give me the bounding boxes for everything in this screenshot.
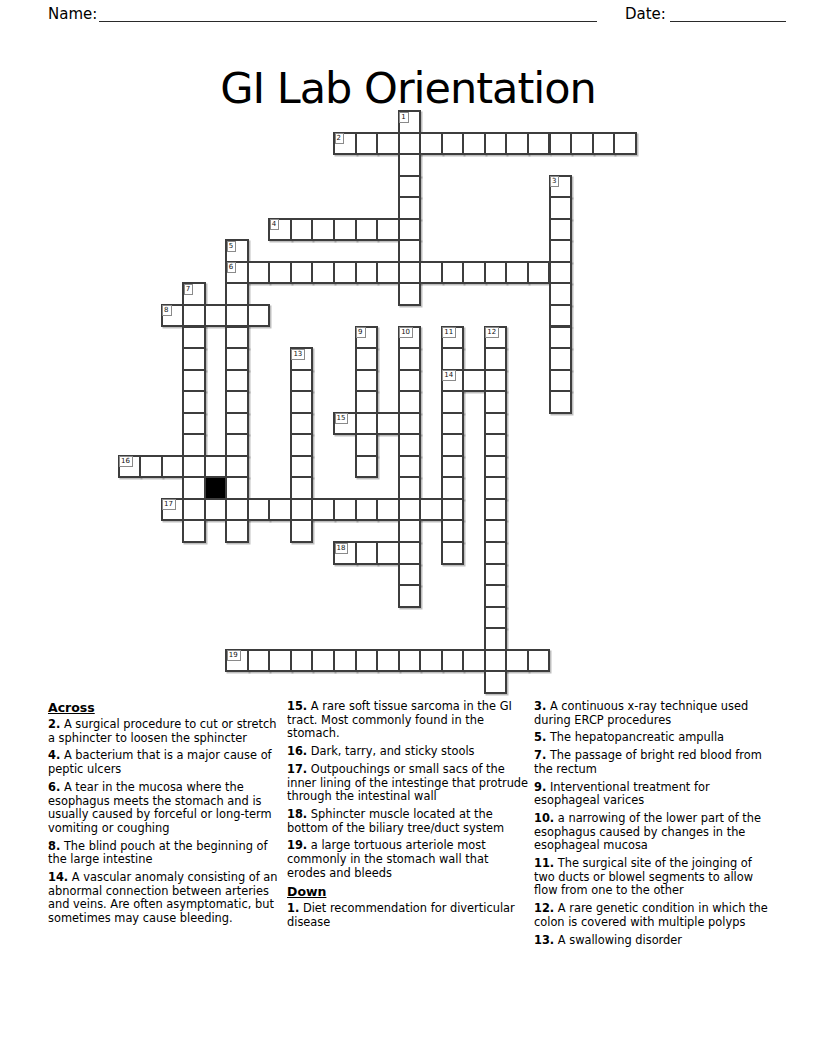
grid-cell-r5c10[interactable] <box>333 218 357 242</box>
grid-cell-r12c16[interactable] <box>462 369 486 393</box>
grid-cell-r17c13[interactable] <box>398 476 422 500</box>
grid-cell-r4c20[interactable] <box>549 196 573 220</box>
grid-cell-r1c15[interactable] <box>441 132 465 156</box>
grid-cell-r4c13[interactable] <box>398 196 422 220</box>
grid-cell-r13c5[interactable] <box>225 390 249 414</box>
grid-cell-r5c13[interactable] <box>398 218 422 242</box>
clue-number-4: 4 <box>270 219 279 230</box>
grid-cell-r16c5[interactable] <box>225 455 249 479</box>
clue-number-13: 13 <box>291 349 305 360</box>
grid-cell-r10c20[interactable] <box>549 326 573 350</box>
grid-cell-r20c12[interactable] <box>376 541 400 565</box>
grid-cell-r15c3[interactable] <box>182 433 206 457</box>
grid-cell-r15c8[interactable] <box>290 433 314 457</box>
grid-cell-r14c11[interactable] <box>355 412 379 436</box>
grid-cell-r25c7[interactable] <box>268 649 292 673</box>
clue-down-7: 7. The passage of bright red blood from … <box>534 749 774 776</box>
grid-cell-r25c14[interactable] <box>419 649 443 673</box>
grid-cell-r19c15[interactable] <box>441 519 465 543</box>
grid-cell-r16c17[interactable] <box>484 455 508 479</box>
grid-cell-r7c14[interactable] <box>419 261 443 285</box>
clue-down-12: 12. A rare genetic condition in which th… <box>534 902 774 929</box>
grid-cell-r25c10[interactable] <box>333 649 357 673</box>
grid-cell-r1c13[interactable] <box>398 132 422 156</box>
clue-across-2: 2. A surgical procedure to cut or stretc… <box>48 718 286 745</box>
clue-number-3: 3 <box>550 176 559 187</box>
grid-cell-r12c17[interactable] <box>484 369 508 393</box>
grid-cell-r8c5[interactable] <box>225 282 249 306</box>
clue-number-1: 1 <box>399 112 408 123</box>
grid-cell-r12c20[interactable] <box>549 369 573 393</box>
clue-across-6: 6. A tear in the mucosa where the esopha… <box>48 781 286 836</box>
grid-cell-r19c8[interactable] <box>290 519 314 543</box>
grid-cell-r6c13[interactable] <box>398 239 422 263</box>
clue-across-18: 18. Sphincter muscle located at the bott… <box>287 808 529 835</box>
grid-cell-r1c16[interactable] <box>462 132 486 156</box>
clue-down-13: 13. A swallowing disorder <box>534 934 774 948</box>
clue-number-15: 15 <box>335 413 349 424</box>
grid-cell-r25c13[interactable] <box>398 649 422 673</box>
grid-cell-r25c6[interactable] <box>247 649 271 673</box>
grid-cell-r13c17[interactable] <box>484 390 508 414</box>
grid-cell-r1c14[interactable] <box>419 132 443 156</box>
grid-cell-r26c17[interactable] <box>484 670 508 694</box>
grid-cell-r9c3[interactable] <box>182 304 206 328</box>
grid-cell-r18c12[interactable] <box>376 498 400 522</box>
grid-cell-r2c13[interactable] <box>398 153 422 177</box>
clue-down-3: 3. A continuous x-ray technique used dur… <box>534 700 774 727</box>
grid-cell-r11c5[interactable] <box>225 347 249 371</box>
clue-number-19: 19 <box>227 650 241 661</box>
grid-cell-r25c18[interactable] <box>505 649 529 673</box>
across-heading: Across <box>48 700 286 715</box>
clue-number-16: 16 <box>119 456 133 467</box>
grid-cell-r5c8[interactable] <box>290 218 314 242</box>
grid-cell-r14c8[interactable] <box>290 412 314 436</box>
clue-across-17: 17. Outpouchings or small sacs of the in… <box>287 763 529 804</box>
grid-cell-r20c15[interactable] <box>441 541 465 565</box>
grid-cell-r19c13[interactable] <box>398 519 422 543</box>
grid-cell-r17c5[interactable] <box>225 476 249 500</box>
grid-cell-r18c14[interactable] <box>419 498 443 522</box>
black-cell <box>204 476 228 500</box>
grid-cell-r18c17[interactable] <box>484 498 508 522</box>
grid-cell-r1c20[interactable] <box>549 132 573 156</box>
grid-cell-r16c4[interactable] <box>204 455 228 479</box>
grid-cell-r17c3[interactable] <box>182 476 206 500</box>
grid-cell-r13c20[interactable] <box>549 390 573 414</box>
grid-cell-r16c13[interactable] <box>398 455 422 479</box>
grid-cell-r20c13[interactable] <box>398 541 422 565</box>
clue-down-11: 11. The surgical site of the joinging of… <box>534 857 774 898</box>
grid-cell-r18c8[interactable] <box>290 498 314 522</box>
grid-cell-r20c11[interactable] <box>355 541 379 565</box>
grid-cell-r1c21[interactable] <box>570 132 594 156</box>
grid-cell-r14c13[interactable] <box>398 412 422 436</box>
clue-down-1: 1. Diet recommendation for diverticular … <box>287 902 529 929</box>
grid-cell-r7c6[interactable] <box>247 261 271 285</box>
grid-cell-r7c17[interactable] <box>484 261 508 285</box>
clue-number-9: 9 <box>356 327 365 338</box>
clue-down-10: 10. a narrowing of the lower part of the… <box>534 812 774 853</box>
grid-cell-r19c5[interactable] <box>225 519 249 543</box>
grid-cell-r5c11[interactable] <box>355 218 379 242</box>
grid-cell-r1c17[interactable] <box>484 132 508 156</box>
grid-cell-r8c13[interactable] <box>398 282 422 306</box>
grid-cell-r14c12[interactable] <box>376 412 400 436</box>
grid-cell-r13c8[interactable] <box>290 390 314 414</box>
clue-number-18: 18 <box>335 543 349 554</box>
grid-cell-r14c15[interactable] <box>441 412 465 436</box>
grid-cell-r12c13[interactable] <box>398 369 422 393</box>
grid-cell-r13c11[interactable] <box>355 390 379 414</box>
grid-cell-r18c9[interactable] <box>311 498 335 522</box>
grid-cell-r1c22[interactable] <box>592 132 616 156</box>
grid-cell-r16c2[interactable] <box>161 455 185 479</box>
clue-number-11: 11 <box>442 327 456 338</box>
clue-column-1: Across2. A surgical procedure to cut or … <box>48 700 286 930</box>
grid-cell-r3c13[interactable] <box>398 175 422 199</box>
grid-cell-r25c16[interactable] <box>462 649 486 673</box>
grid-cell-r10c5[interactable] <box>225 326 249 350</box>
grid-cell-r19c3[interactable] <box>182 519 206 543</box>
grid-cell-r7c12[interactable] <box>376 261 400 285</box>
clue-across-15: 15. A rare soft tissue sarcoma in the GI… <box>287 700 529 741</box>
grid-cell-r17c17[interactable] <box>484 476 508 500</box>
grid-cell-r7c18[interactable] <box>505 261 529 285</box>
clue-number-17: 17 <box>162 499 176 510</box>
grid-cell-r7c20[interactable] <box>549 261 573 285</box>
grid-cell-r7c7[interactable] <box>268 261 292 285</box>
grid-cell-r7c8[interactable] <box>290 261 314 285</box>
grid-cell-r6c20[interactable] <box>549 239 573 263</box>
grid-cell-r7c15[interactable] <box>441 261 465 285</box>
clue-number-10: 10 <box>399 327 413 338</box>
grid-cell-r13c3[interactable] <box>182 390 206 414</box>
grid-cell-r16c8[interactable] <box>290 455 314 479</box>
grid-cell-r14c3[interactable] <box>182 412 206 436</box>
clue-number-12: 12 <box>485 327 499 338</box>
grid-cell-r16c15[interactable] <box>441 455 465 479</box>
grid-cell-r17c15[interactable] <box>441 476 465 500</box>
grid-cell-r11c17[interactable] <box>484 347 508 371</box>
grid-cell-r7c13[interactable] <box>398 261 422 285</box>
clue-across-14: 14. A vascular anomaly consisting of an … <box>48 871 286 926</box>
grid-cell-r23c17[interactable] <box>484 606 508 630</box>
grid-cell-r12c3[interactable] <box>182 369 206 393</box>
grid-cell-r5c20[interactable] <box>549 218 573 242</box>
grid-cell-r18c15[interactable] <box>441 498 465 522</box>
grid-cell-r7c9[interactable] <box>311 261 335 285</box>
grid-cell-r15c17[interactable] <box>484 433 508 457</box>
grid-cell-r13c15[interactable] <box>441 390 465 414</box>
grid-cell-r11c3[interactable] <box>182 347 206 371</box>
grid-cell-r5c12[interactable] <box>376 218 400 242</box>
grid-cell-r1c18[interactable] <box>505 132 529 156</box>
grid-cell-r5c9[interactable] <box>311 218 335 242</box>
grid-cell-r15c15[interactable] <box>441 433 465 457</box>
grid-cell-r18c13[interactable] <box>398 498 422 522</box>
grid-cell-r15c13[interactable] <box>398 433 422 457</box>
grid-cell-r9c5[interactable] <box>225 304 249 328</box>
grid-cell-r18c11[interactable] <box>355 498 379 522</box>
grid-cell-r1c12[interactable] <box>376 132 400 156</box>
grid-cell-r14c5[interactable] <box>225 412 249 436</box>
grid-cell-r25c19[interactable] <box>527 649 551 673</box>
grid-cell-r12c8[interactable] <box>290 369 314 393</box>
grid-cell-r19c17[interactable] <box>484 519 508 543</box>
grid-cell-r10c3[interactable] <box>182 326 206 350</box>
clue-across-8: 8. The blind pouch at the beginning of t… <box>48 840 286 867</box>
grid-cell-r9c6[interactable] <box>247 304 271 328</box>
grid-cell-r22c17[interactable] <box>484 584 508 608</box>
clue-number-2: 2 <box>335 133 344 144</box>
grid-cell-r12c11[interactable] <box>355 369 379 393</box>
clue-down-9: 9. Interventional treatment for esophage… <box>534 781 774 808</box>
grid-cell-r1c11[interactable] <box>355 132 379 156</box>
clue-number-14: 14 <box>442 370 456 381</box>
grid-cell-r7c19[interactable] <box>527 261 551 285</box>
grid-cell-r18c3[interactable] <box>182 498 206 522</box>
grid-cell-r15c11[interactable] <box>355 433 379 457</box>
grid-cell-r13c13[interactable] <box>398 390 422 414</box>
grid-cell-r7c11[interactable] <box>355 261 379 285</box>
grid-cell-r18c7[interactable] <box>268 498 292 522</box>
clue-number-6: 6 <box>227 262 236 273</box>
grid-cell-r18c6[interactable] <box>247 498 271 522</box>
grid-cell-r16c1[interactable] <box>139 455 163 479</box>
grid-cell-r21c13[interactable] <box>398 563 422 587</box>
clue-across-4: 4. A bacterium that is a major cause of … <box>48 749 286 776</box>
clue-number-5: 5 <box>227 241 236 252</box>
clue-column-2: 15. A rare soft tissue sarcoma in the GI… <box>287 700 529 934</box>
grid-cell-r8c20[interactable] <box>549 282 573 306</box>
grid-cell-r25c12[interactable] <box>376 649 400 673</box>
grid-cell-r18c10[interactable] <box>333 498 357 522</box>
grid-cell-r9c20[interactable] <box>549 304 573 328</box>
clue-number-8: 8 <box>162 305 171 316</box>
grid-cell-r11c15[interactable] <box>441 347 465 371</box>
grid-cell-r11c11[interactable] <box>355 347 379 371</box>
clue-number-7: 7 <box>184 284 193 295</box>
grid-cell-r17c8[interactable] <box>290 476 314 500</box>
grid-cell-r16c11[interactable] <box>355 455 379 479</box>
grid-cell-r20c17[interactable] <box>484 541 508 565</box>
grid-cell-r22c13[interactable] <box>398 584 422 608</box>
clue-across-16: 16. Dark, tarry, and sticky stools <box>287 745 529 759</box>
grid-cell-r9c4[interactable] <box>204 304 228 328</box>
clue-down-5: 5. The hepatopancreatic ampulla <box>534 731 774 745</box>
grid-cell-r25c17[interactable] <box>484 649 508 673</box>
grid-cell-r25c8[interactable] <box>290 649 314 673</box>
grid-cell-r18c5[interactable] <box>225 498 249 522</box>
grid-cell-r18c4[interactable] <box>204 498 228 522</box>
grid-cell-r7c16[interactable] <box>462 261 486 285</box>
grid-cell-r7c10[interactable] <box>333 261 357 285</box>
grid-cell-r25c11[interactable] <box>355 649 379 673</box>
grid-cell-r16c3[interactable] <box>182 455 206 479</box>
grid-cell-r15c5[interactable] <box>225 433 249 457</box>
grid-cell-r25c15[interactable] <box>441 649 465 673</box>
clue-across-19: 19. a large tortuous arteriole most comm… <box>287 839 529 880</box>
grid-cell-r1c23[interactable] <box>613 132 637 156</box>
grid-cell-r14c17[interactable] <box>484 412 508 436</box>
grid-cell-r24c17[interactable] <box>484 627 508 651</box>
grid-cell-r25c9[interactable] <box>311 649 335 673</box>
grid-cell-r12c5[interactable] <box>225 369 249 393</box>
clue-column-3: 3. A continuous x-ray technique used dur… <box>534 700 774 951</box>
down-heading: Down <box>287 884 529 899</box>
grid-cell-r1c19[interactable] <box>527 132 551 156</box>
grid-cell-r11c20[interactable] <box>549 347 573 371</box>
grid-cell-r11c13[interactable] <box>398 347 422 371</box>
grid-cell-r21c17[interactable] <box>484 563 508 587</box>
